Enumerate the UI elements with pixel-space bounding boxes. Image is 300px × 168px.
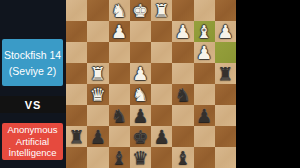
square-c3[interactable]: [172, 42, 193, 63]
black-queen-e8: ♛: [132, 147, 148, 168]
top-player-name-line2: (Seviye 2): [9, 63, 56, 79]
square-c7[interactable]: [172, 126, 193, 147]
white-rook-d1: ♜: [154, 0, 170, 21]
white-pawn-e4: ♟: [132, 63, 148, 84]
square-e2[interactable]: [130, 21, 151, 42]
top-player-card: Stockfish 14 (Seviye 2): [2, 39, 63, 86]
square-f4[interactable]: [109, 63, 130, 84]
white-pawn-c2: ♟: [175, 21, 191, 42]
players-sidebar: Stockfish 14 (Seviye 2) VS Anonymous Art…: [0, 0, 66, 168]
square-a5[interactable]: [215, 84, 236, 105]
square-f3[interactable]: [109, 42, 130, 63]
square-g3[interactable]: [87, 42, 108, 63]
black-pawn-b6: ♟: [196, 105, 212, 126]
square-b3[interactable]: ♟: [194, 42, 215, 63]
square-e1[interactable]: ♚: [130, 0, 151, 21]
white-pawn-f2: ♟: [111, 21, 127, 42]
square-b7[interactable]: [194, 126, 215, 147]
square-c6[interactable]: [172, 105, 193, 126]
square-f5[interactable]: [109, 84, 130, 105]
square-f7[interactable]: [109, 126, 130, 147]
square-b8[interactable]: [194, 147, 215, 168]
black-knight-c5: ♞: [175, 84, 191, 105]
vs-band: VS: [0, 96, 66, 113]
chess-board: ♞♚♜♟♟♝♟♟♜♟♜♛♞♞♞♟♟♜♟♚♟♝♛♝: [66, 0, 236, 168]
square-g2[interactable]: [87, 21, 108, 42]
square-f6[interactable]: ♞: [109, 105, 130, 126]
square-h8[interactable]: [66, 147, 87, 168]
square-a6[interactable]: [215, 105, 236, 126]
square-f1[interactable]: ♞: [109, 0, 130, 21]
square-c8[interactable]: ♝: [172, 147, 193, 168]
white-bishop-b2: ♝: [196, 21, 212, 42]
black-knight-f6: ♞: [111, 105, 127, 126]
square-h5[interactable]: [66, 84, 87, 105]
square-g7[interactable]: ♟: [87, 126, 108, 147]
white-king-e1: ♚: [132, 0, 148, 21]
black-king-e7: ♚: [132, 126, 148, 147]
square-f8[interactable]: ♝: [109, 147, 130, 168]
square-e3[interactable]: [130, 42, 151, 63]
square-d3[interactable]: [151, 42, 172, 63]
bottom-player-name-line3: İntelligence: [8, 147, 56, 159]
black-bishop-c8: ♝: [175, 147, 191, 168]
bottom-player-name-line2: Artificial: [16, 136, 49, 148]
top-player-name-line1: Stockfish 14: [4, 47, 61, 63]
square-h1[interactable]: [66, 0, 87, 21]
square-a2[interactable]: ♟: [215, 21, 236, 42]
white-pawn-a2: ♟: [217, 21, 233, 42]
square-h7[interactable]: ♜: [66, 126, 87, 147]
square-c2[interactable]: ♟: [172, 21, 193, 42]
square-d7[interactable]: ♟: [151, 126, 172, 147]
black-rook-h7: ♜: [69, 126, 85, 147]
square-a8[interactable]: [215, 147, 236, 168]
square-e5[interactable]: ♞: [130, 84, 151, 105]
letterbox-strip: [236, 0, 300, 168]
square-d2[interactable]: [151, 21, 172, 42]
square-g6[interactable]: [87, 105, 108, 126]
bottom-player-card: Anonymous Artificial İntelligence: [2, 123, 63, 160]
square-h3[interactable]: [66, 42, 87, 63]
square-e8[interactable]: ♛: [130, 147, 151, 168]
square-b1[interactable]: [194, 0, 215, 21]
square-b2[interactable]: ♝: [194, 21, 215, 42]
square-h4[interactable]: [66, 63, 87, 84]
black-pawn-d7: ♟: [154, 126, 170, 147]
square-f2[interactable]: ♟: [109, 21, 130, 42]
square-h6[interactable]: [66, 105, 87, 126]
square-g5[interactable]: ♛: [87, 84, 108, 105]
white-pawn-b3: ♟: [196, 42, 212, 63]
square-d5[interactable]: [151, 84, 172, 105]
square-b4[interactable]: [194, 63, 215, 84]
black-bishop-f8: ♝: [111, 147, 127, 168]
white-knight-e5: ♞: [132, 84, 148, 105]
square-c1[interactable]: [172, 0, 193, 21]
square-g4[interactable]: ♜: [87, 63, 108, 84]
square-b5[interactable]: [194, 84, 215, 105]
square-b6[interactable]: ♟: [194, 105, 215, 126]
square-c4[interactable]: [172, 63, 193, 84]
square-g8[interactable]: [87, 147, 108, 168]
vs-label: VS: [25, 99, 42, 111]
square-g1[interactable]: [87, 0, 108, 21]
square-d4[interactable]: [151, 63, 172, 84]
square-a7[interactable]: [215, 126, 236, 147]
square-a4[interactable]: ♜: [215, 63, 236, 84]
black-pawn-e6: ♟: [132, 105, 148, 126]
black-rook-a4: ♜: [217, 63, 233, 84]
square-d1[interactable]: ♜: [151, 0, 172, 21]
square-c5[interactable]: ♞: [172, 84, 193, 105]
bottom-player-name-line1: Anonymous: [7, 124, 57, 136]
white-rook-g4: ♜: [90, 63, 106, 84]
black-pawn-g7: ♟: [90, 126, 106, 147]
white-knight-f1: ♞: [111, 0, 127, 21]
white-queen-g5: ♛: [90, 84, 106, 105]
square-d6[interactable]: [151, 105, 172, 126]
square-e7[interactable]: ♚: [130, 126, 151, 147]
square-e4[interactable]: ♟: [130, 63, 151, 84]
square-d8[interactable]: [151, 147, 172, 168]
square-a3[interactable]: [215, 42, 236, 63]
app-screen: Stockfish 14 (Seviye 2) VS Anonymous Art…: [0, 0, 300, 168]
square-e6[interactable]: ♟: [130, 105, 151, 126]
square-h2[interactable]: [66, 21, 87, 42]
square-a1[interactable]: [215, 0, 236, 21]
